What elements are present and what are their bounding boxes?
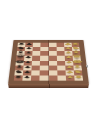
square <box>31 75 40 80</box>
square <box>49 75 58 80</box>
board-fold-seam <box>48 40 49 84</box>
square <box>74 75 83 80</box>
square <box>22 75 31 80</box>
side-fold-seam <box>49 84 50 89</box>
square <box>57 75 66 80</box>
square <box>14 75 23 80</box>
board-side-edge <box>8 84 89 89</box>
chess-set-product-photo[interactable]: ♜♟♟♜♞♟♟♞♝♟♟♝♛♟♟♛♚♟♟♚♝♟♟♝♞♟♟♞♜♟♟♜ <box>0 0 95 126</box>
chess-board: ♜♟♟♜♞♟♟♞♝♟♟♝♛♟♟♛♚♟♟♚♝♟♟♝♞♟♟♞♜♟♟♜ <box>8 40 89 84</box>
